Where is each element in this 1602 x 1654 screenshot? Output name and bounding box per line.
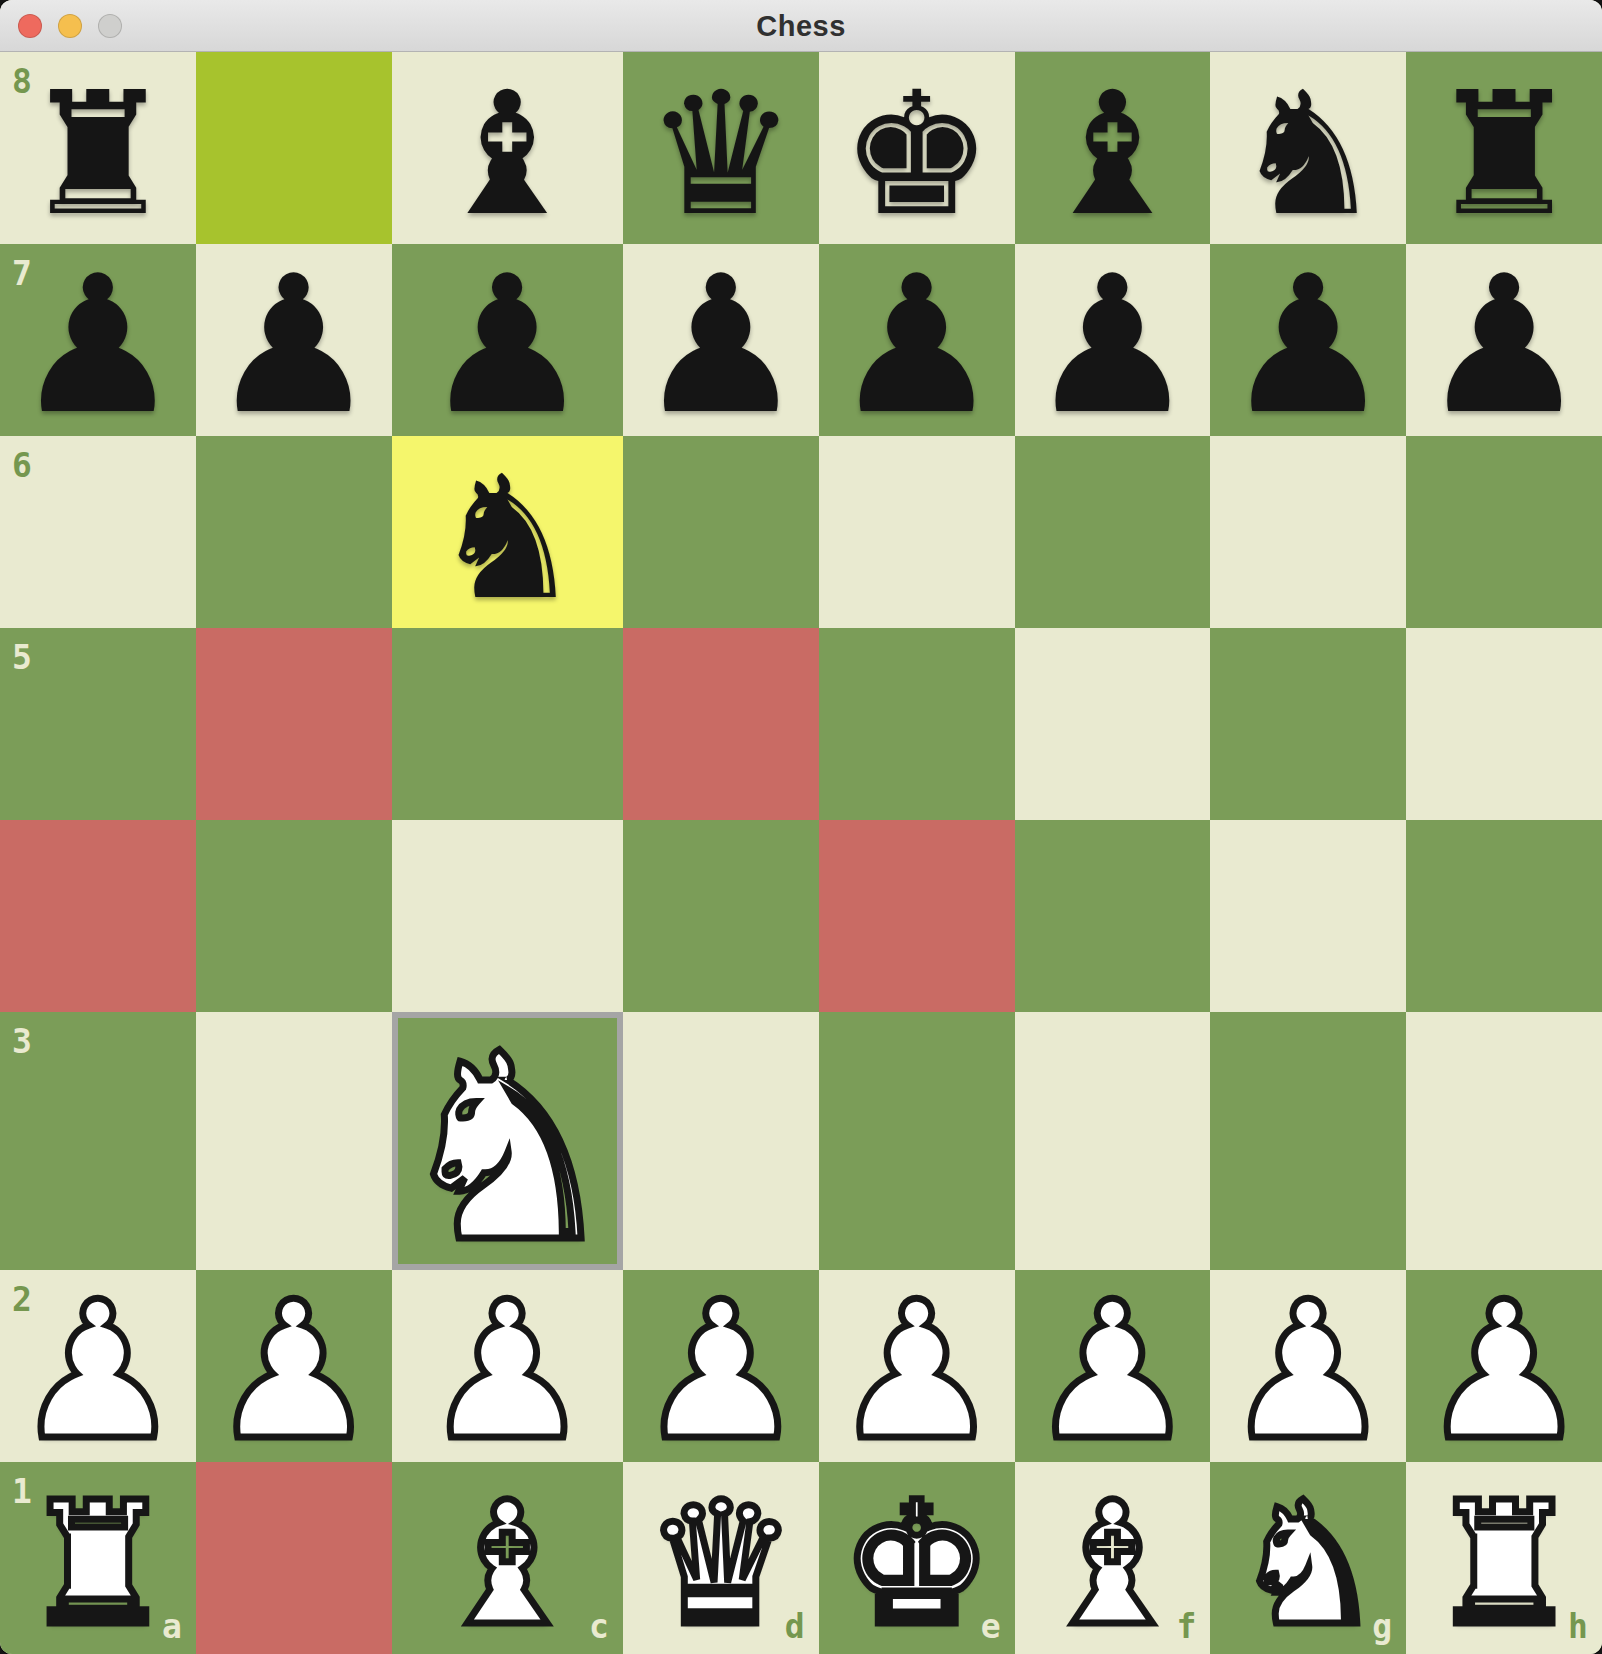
square-b8[interactable] [196, 52, 392, 244]
square-c3[interactable]: ♞ [392, 1012, 623, 1270]
piece-black-pawn[interactable]: ♟ [13, 251, 183, 441]
square-e8[interactable]: ♚ [819, 52, 1015, 244]
piece-white-bishop[interactable]: ♝ [431, 1479, 583, 1649]
piece-black-pawn[interactable]: ♟ [1419, 251, 1589, 441]
square-f2[interactable]: ♟ [1015, 1270, 1211, 1462]
window-controls [18, 14, 122, 38]
square-b2[interactable]: ♟ [196, 1270, 392, 1462]
square-e1[interactable]: ♚e [819, 1462, 1015, 1654]
square-b5[interactable] [196, 628, 392, 820]
title-bar[interactable]: Chess [0, 0, 1602, 52]
square-d5[interactable] [623, 628, 819, 820]
rank-label-6: 6 [12, 446, 32, 485]
square-a7[interactable]: ♟7 [0, 244, 196, 436]
square-f3[interactable] [1015, 1012, 1211, 1270]
square-g5[interactable] [1210, 628, 1406, 820]
square-e5[interactable] [819, 628, 1015, 820]
piece-black-rook[interactable]: ♜ [22, 69, 174, 239]
square-g6[interactable] [1210, 436, 1406, 628]
square-a5[interactable]: 5 [0, 628, 196, 820]
piece-black-pawn[interactable]: ♟ [209, 251, 379, 441]
square-f5[interactable] [1015, 628, 1211, 820]
square-h1[interactable]: ♜h [1406, 1462, 1602, 1654]
piece-black-pawn[interactable]: ♟ [1223, 251, 1393, 441]
chess-app-window: Chess ♜8♝♛♚♝♞♜♟7♟♟♟♟♟♟♟6♞53♞♟2♟♟♟♟♟♟♟♜1a… [0, 0, 1602, 1654]
chess-board: ♜8♝♛♚♝♞♜♟7♟♟♟♟♟♟♟6♞53♞♟2♟♟♟♟♟♟♟♜1a♝c♛d♚e… [0, 52, 1602, 1654]
piece-black-rook[interactable]: ♜ [1428, 69, 1580, 239]
square-g8[interactable]: ♞ [1210, 52, 1406, 244]
square-f4[interactable] [1015, 820, 1211, 1012]
piece-white-queen[interactable]: ♛ [645, 1479, 797, 1649]
square-c5[interactable] [392, 628, 623, 820]
piece-white-bishop[interactable]: ♝ [1036, 1479, 1188, 1649]
piece-white-knight[interactable]: ♞ [1232, 1479, 1384, 1649]
square-g1[interactable]: ♞g [1210, 1462, 1406, 1654]
square-d6[interactable] [623, 436, 819, 628]
piece-white-knight[interactable]: ♞ [392, 1020, 623, 1278]
square-g3[interactable] [1210, 1012, 1406, 1270]
square-e4[interactable] [819, 820, 1015, 1012]
close-button[interactable] [18, 14, 42, 38]
piece-black-knight[interactable]: ♞ [1232, 69, 1384, 239]
square-e7[interactable]: ♟ [819, 244, 1015, 436]
piece-white-pawn[interactable]: ♟ [636, 1277, 806, 1467]
piece-white-pawn[interactable]: ♟ [209, 1277, 379, 1467]
square-a2[interactable]: ♟2 [0, 1270, 196, 1462]
piece-black-pawn[interactable]: ♟ [422, 251, 592, 441]
square-d1[interactable]: ♛d [623, 1462, 819, 1654]
square-f8[interactable]: ♝ [1015, 52, 1211, 244]
square-c7[interactable]: ♟ [392, 244, 623, 436]
square-h6[interactable] [1406, 436, 1602, 628]
piece-white-pawn[interactable]: ♟ [831, 1277, 1001, 1467]
square-g4[interactable] [1210, 820, 1406, 1012]
rank-label-3: 3 [12, 1022, 32, 1061]
square-b1[interactable] [196, 1462, 392, 1654]
square-c2[interactable]: ♟ [392, 1270, 623, 1462]
square-b4[interactable] [196, 820, 392, 1012]
piece-white-pawn[interactable]: ♟ [1419, 1277, 1589, 1467]
piece-black-queen[interactable]: ♛ [645, 69, 797, 239]
square-d2[interactable]: ♟ [623, 1270, 819, 1462]
square-h3[interactable] [1406, 1012, 1602, 1270]
piece-black-bishop[interactable]: ♝ [1036, 69, 1188, 239]
square-f6[interactable] [1015, 436, 1211, 628]
square-c8[interactable]: ♝ [392, 52, 623, 244]
square-h4[interactable] [1406, 820, 1602, 1012]
square-h5[interactable] [1406, 628, 1602, 820]
square-d3[interactable] [623, 1012, 819, 1270]
window-title: Chess [756, 10, 846, 43]
square-e6[interactable] [819, 436, 1015, 628]
zoom-button[interactable] [98, 14, 122, 38]
piece-black-knight[interactable]: ♞ [431, 453, 583, 623]
square-d8[interactable]: ♛ [623, 52, 819, 244]
piece-black-pawn[interactable]: ♟ [1027, 251, 1197, 441]
piece-white-rook[interactable]: ♜ [22, 1479, 174, 1649]
square-e2[interactable]: ♟ [819, 1270, 1015, 1462]
square-a3[interactable]: 3 [0, 1012, 196, 1270]
square-h8[interactable]: ♜ [1406, 52, 1602, 244]
piece-white-pawn[interactable]: ♟ [1223, 1277, 1393, 1467]
piece-white-king[interactable]: ♚ [840, 1479, 992, 1649]
piece-white-pawn[interactable]: ♟ [422, 1277, 592, 1467]
square-b7[interactable]: ♟ [196, 244, 392, 436]
piece-black-pawn[interactable]: ♟ [636, 251, 806, 441]
square-a6[interactable]: 6 [0, 436, 196, 628]
square-c1[interactable]: ♝c [392, 1462, 623, 1654]
square-f7[interactable]: ♟ [1015, 244, 1211, 436]
piece-white-rook[interactable]: ♜ [1428, 1479, 1580, 1649]
square-b3[interactable] [196, 1012, 392, 1270]
minimize-button[interactable] [58, 14, 82, 38]
rank-label-5: 5 [12, 638, 32, 677]
square-h7[interactable]: ♟ [1406, 244, 1602, 436]
square-c6[interactable]: ♞ [392, 436, 623, 628]
piece-white-pawn[interactable]: ♟ [1027, 1277, 1197, 1467]
piece-black-pawn[interactable]: ♟ [831, 251, 1001, 441]
file-label-c: c [589, 1607, 609, 1646]
square-a8[interactable]: ♜8 [0, 52, 196, 244]
square-b6[interactable] [196, 436, 392, 628]
square-e3[interactable] [819, 1012, 1015, 1270]
square-h2[interactable]: ♟ [1406, 1270, 1602, 1462]
square-d4[interactable] [623, 820, 819, 1012]
square-a4[interactable] [0, 820, 196, 1012]
square-g7[interactable]: ♟ [1210, 244, 1406, 436]
piece-black-king[interactable]: ♚ [840, 69, 992, 239]
piece-black-bishop[interactable]: ♝ [431, 69, 583, 239]
square-a1[interactable]: ♜1a [0, 1462, 196, 1654]
piece-white-pawn[interactable]: ♟ [13, 1277, 183, 1467]
square-f1[interactable]: ♝f [1015, 1462, 1211, 1654]
square-d7[interactable]: ♟ [623, 244, 819, 436]
square-g2[interactable]: ♟ [1210, 1270, 1406, 1462]
square-c4[interactable] [392, 820, 623, 1012]
